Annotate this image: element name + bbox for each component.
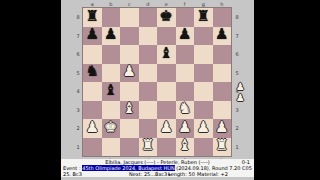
square-d4[interactable] [139, 82, 158, 101]
black-p-piece: ♟ [178, 27, 191, 42]
rank-label-1: 1 [74, 138, 82, 157]
square-h8[interactable] [213, 8, 232, 27]
black-r-piece: ♜ [86, 9, 99, 24]
rank-label-5: 5 [74, 64, 82, 83]
black-b-piece: ♝ [104, 83, 117, 98]
square-c6[interactable] [120, 45, 139, 64]
square-f2[interactable]: ♟ [176, 119, 195, 138]
square-g8[interactable]: ♜ [194, 8, 213, 27]
square-f4[interactable] [176, 82, 195, 101]
rank-label-4: 4 [74, 82, 82, 101]
black-p-piece: ♟ [104, 27, 117, 42]
rank-label-5: 5 [233, 64, 241, 83]
file-label-b: b [102, 1, 121, 7]
square-h4[interactable] [213, 82, 232, 101]
black-b-piece: ♝ [160, 46, 173, 61]
square-d7[interactable] [139, 27, 158, 46]
current-move: 25. Bc3 [63, 171, 82, 177]
rank-label-2: 2 [74, 119, 82, 138]
white-p-piece: ♟ [86, 120, 99, 135]
square-e6[interactable]: ♝ [157, 45, 176, 64]
white-p-piece: ♟ [215, 120, 228, 135]
square-a4[interactable] [83, 82, 102, 101]
white-b-piece: ♝ [178, 138, 191, 153]
rank-labels-left: 87654321 [74, 8, 82, 156]
rank-label-8: 8 [233, 8, 241, 27]
white-n-piece: ♞ [178, 101, 191, 116]
square-f5[interactable] [176, 64, 195, 83]
square-c2[interactable] [120, 119, 139, 138]
square-a5[interactable]: ♞ [83, 64, 102, 83]
white-p-piece: ♟ [197, 120, 210, 135]
square-d6[interactable] [139, 45, 158, 64]
white-p-piece: ♟ [160, 120, 173, 135]
letterbox-left [0, 0, 61, 180]
square-f3[interactable]: ♞ [176, 101, 195, 120]
next-move: Next: 25...Bxc3+ [129, 171, 171, 177]
rank-label-6: 6 [233, 45, 241, 64]
tray-white-pawn-icon: ♟ [236, 93, 245, 103]
square-h3[interactable] [213, 101, 232, 120]
file-label-g: g [194, 1, 213, 7]
square-b5[interactable] [102, 64, 121, 83]
black-n-piece: ♞ [86, 64, 99, 79]
file-label-f: f [176, 1, 195, 7]
square-g2[interactable]: ♟ [194, 119, 213, 138]
square-a2[interactable]: ♟ [83, 119, 102, 138]
captured-material-tray: ♟♟ [236, 83, 245, 104]
rank-label-3: 3 [74, 101, 82, 120]
rank-label-7: 7 [74, 27, 82, 46]
white-p-piece: ♟ [123, 64, 136, 79]
status-line: 25. Bc3 Next: 25...Bxc3+ Length: 50 Mate… [61, 171, 254, 177]
square-b3[interactable] [102, 101, 121, 120]
square-c5[interactable]: ♟ [120, 64, 139, 83]
square-e8[interactable]: ♚ [157, 8, 176, 27]
square-f6[interactable] [176, 45, 195, 64]
square-h5[interactable] [213, 64, 232, 83]
square-a6[interactable] [83, 45, 102, 64]
black-k-piece: ♚ [160, 9, 173, 24]
square-h1[interactable]: ♜ [213, 138, 232, 157]
square-g4[interactable] [194, 82, 213, 101]
square-f1[interactable]: ♝ [176, 138, 195, 157]
white-k-piece: ♚ [104, 120, 117, 135]
square-e7[interactable] [157, 27, 176, 46]
square-g3[interactable] [194, 101, 213, 120]
white-p-piece: ♟ [178, 120, 191, 135]
square-g6[interactable] [194, 45, 213, 64]
rank-label-2: 2 [233, 119, 241, 138]
square-d2[interactable] [139, 119, 158, 138]
square-h7[interactable]: ♟ [213, 27, 232, 46]
tray-white-pawn-icon: ♟ [236, 82, 245, 92]
square-b6[interactable] [102, 45, 121, 64]
square-e2[interactable]: ♟ [157, 119, 176, 138]
material-balance: Material: +2 [197, 171, 228, 177]
square-b4[interactable]: ♝ [102, 82, 121, 101]
rank-label-6: 6 [74, 45, 82, 64]
letterbox-right [254, 0, 320, 180]
game-length: Length: 50 [168, 171, 195, 177]
square-e5[interactable] [157, 64, 176, 83]
file-label-h: h [213, 1, 232, 7]
file-label-c: c [120, 1, 139, 7]
square-d8[interactable] [139, 8, 158, 27]
square-h2[interactable]: ♟ [213, 119, 232, 138]
black-r-piece: ♜ [197, 9, 210, 24]
square-h6[interactable] [213, 45, 232, 64]
square-c3[interactable]: ♝ [120, 101, 139, 120]
file-label-e: e [157, 1, 176, 7]
square-c4[interactable] [120, 82, 139, 101]
square-b2[interactable]: ♚ [102, 119, 121, 138]
square-a8[interactable]: ♜ [83, 8, 102, 27]
chess-gui-panel: abcdefgh 87654321 ♜♚♜♟♟♟♟♝♞♟♝♝♞♟♚♟♟♟♟♜♝♜… [61, 0, 254, 180]
game-caption: Elbilia, Jacques (----) - Peterle, Ruben… [61, 159, 254, 177]
square-f7[interactable]: ♟ [176, 27, 195, 46]
black-p-piece: ♟ [86, 27, 99, 42]
square-a3[interactable] [83, 101, 102, 120]
square-d5[interactable] [139, 64, 158, 83]
square-e4[interactable] [157, 82, 176, 101]
rank-label-8: 8 [74, 8, 82, 27]
square-a1[interactable] [83, 138, 102, 157]
white-b-piece: ♝ [123, 101, 136, 116]
square-a7[interactable]: ♟ [83, 27, 102, 46]
square-g5[interactable] [194, 64, 213, 83]
square-b8[interactable] [102, 8, 121, 27]
white-r-piece: ♜ [141, 138, 154, 153]
square-d3[interactable] [139, 101, 158, 120]
square-f8[interactable] [176, 8, 195, 27]
square-e1[interactable] [157, 138, 176, 157]
square-c8[interactable] [120, 8, 139, 27]
square-b1[interactable] [102, 138, 121, 157]
square-g7[interactable] [194, 27, 213, 46]
square-e3[interactable] [157, 101, 176, 120]
chess-board: ♜♚♜♟♟♟♟♝♞♟♝♝♞♟♚♟♟♟♟♜♝♜ [83, 8, 231, 156]
square-b7[interactable]: ♟ [102, 27, 121, 46]
white-r-piece: ♜ [215, 138, 228, 153]
square-d1[interactable]: ♜ [139, 138, 158, 157]
rank-label-1: 1 [233, 138, 241, 157]
rank-label-7: 7 [233, 27, 241, 46]
file-label-a: a [83, 1, 102, 7]
black-p-piece: ♟ [215, 27, 228, 42]
square-c7[interactable] [120, 27, 139, 46]
file-labels-top: abcdefgh [83, 1, 231, 7]
file-label-d: d [139, 1, 158, 7]
square-g1[interactable] [194, 138, 213, 157]
square-c1[interactable] [120, 138, 139, 157]
